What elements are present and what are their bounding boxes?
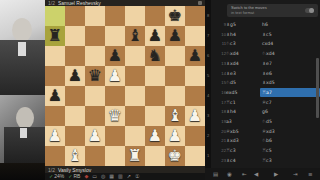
square-g5[interactable] xyxy=(165,66,185,86)
rank-label-2: 2 xyxy=(206,133,210,138)
square-b1[interactable]: ♝ xyxy=(65,146,85,166)
square-e6[interactable] xyxy=(125,46,145,66)
square-c4[interactable] xyxy=(85,86,105,106)
square-h6[interactable]: ♟ xyxy=(185,46,205,66)
move-cell-white-17[interactable]: ♖c1 xyxy=(226,98,260,107)
white-pawn-f2: ♟ xyxy=(145,126,165,146)
black-bishop-e7: ♝ xyxy=(125,26,145,46)
move-cell-black-16[interactable]: ♖a7 xyxy=(260,88,320,97)
black-pawn-d6: ♟ xyxy=(105,46,125,66)
move-cell-white-11[interactable]: ♘c3 xyxy=(226,39,260,48)
camera-icon xyxy=(198,1,202,5)
square-b2[interactable] xyxy=(65,126,85,146)
move-number: 11 xyxy=(210,41,226,46)
check-progress-check-icon: ✓ xyxy=(49,173,53,179)
square-f6[interactable]: ♞ xyxy=(145,46,165,66)
image-icon[interactable]: ▦ xyxy=(109,173,114,180)
square-c3[interactable] xyxy=(85,106,105,126)
move-cell-black-20[interactable]: ♕xd3 xyxy=(262,127,316,136)
move-number: 20 xyxy=(210,129,226,134)
square-g6[interactable] xyxy=(165,46,185,66)
square-e8[interactable] xyxy=(125,6,145,26)
move-cell-white-9[interactable]: ♗g5 xyxy=(226,20,260,29)
square-a6[interactable] xyxy=(45,46,65,66)
smyslov-shirt xyxy=(20,128,27,138)
square-b6[interactable] xyxy=(65,46,85,66)
square-d4[interactable] xyxy=(105,86,125,106)
square-a7[interactable]: ♜ xyxy=(45,26,65,46)
move-list-scrollbar[interactable] xyxy=(316,58,319,118)
square-e2[interactable] xyxy=(125,126,145,146)
move-cell-white-23[interactable]: ♗c4 xyxy=(226,156,260,165)
square-a8[interactable] xyxy=(45,6,65,26)
move-cell-black-15[interactable]: ♗xd5 xyxy=(262,78,316,87)
square-a4[interactable]: ♟ xyxy=(45,86,65,106)
bottom-player-score: 1/2 xyxy=(48,167,55,173)
move-number: 16 xyxy=(210,90,226,95)
black-pawn-f7: ♟ xyxy=(145,26,165,46)
move-cell-white-16[interactable]: exd5 xyxy=(226,88,260,97)
black-pawn-g7: ♟ xyxy=(165,26,185,46)
move-number: 12 xyxy=(210,51,226,56)
square-c5[interactable]: ♛ xyxy=(85,66,105,86)
move-number: 19 xyxy=(210,119,226,124)
square-d2[interactable] xyxy=(105,126,125,146)
square-d6[interactable]: ♟ xyxy=(105,46,125,66)
square-e5[interactable] xyxy=(125,66,145,86)
move-cell-black-21[interactable]: ♘b6 xyxy=(262,136,316,145)
white-king-g1: ♚ xyxy=(165,146,185,166)
white-pawn-g2: ♟ xyxy=(165,126,185,146)
rank-label-8: 8 xyxy=(206,13,210,18)
move-cell-black-9[interactable]: h6 xyxy=(262,20,316,29)
square-f1[interactable] xyxy=(145,146,165,166)
move-cell-black-22[interactable]: ♖c5 xyxy=(262,146,316,155)
square-d7[interactable] xyxy=(105,26,125,46)
share-icon[interactable]: ↗ xyxy=(127,173,131,180)
move-number: 10 xyxy=(210,32,226,37)
white-pawn-d5: ♟ xyxy=(105,66,125,86)
check-progress-label: 24% xyxy=(54,173,64,179)
playback-toolbar: ▤◉⇤◀▶⇥≡ xyxy=(205,168,320,180)
move-number: 23 xyxy=(210,158,226,163)
square-a5[interactable] xyxy=(45,66,65,86)
black-knight-f6: ♞ xyxy=(145,46,165,66)
move-number: 13 xyxy=(210,61,226,66)
square-b5[interactable]: ♟ xyxy=(65,66,85,86)
square-a2[interactable]: ♟ xyxy=(45,126,65,146)
square-c1[interactable] xyxy=(85,146,105,166)
square-a1[interactable] xyxy=(45,146,65,166)
move-cell-white-21[interactable]: ♗xd3 xyxy=(226,136,260,145)
smyslov-head xyxy=(16,107,34,129)
move-cell-black-10[interactable]: ♗c5 xyxy=(262,30,316,39)
square-d1[interactable] xyxy=(105,146,125,166)
bottom-player-name: Vasily Smyslov xyxy=(58,167,91,173)
square-a3[interactable] xyxy=(45,106,65,126)
square-e4[interactable] xyxy=(125,86,145,106)
square-h7[interactable] xyxy=(185,26,205,46)
square-b4[interactable] xyxy=(65,86,85,106)
black-pawn-a4: ♟ xyxy=(45,86,65,106)
square-d8[interactable] xyxy=(105,6,125,26)
square-g3[interactable]: ♝ xyxy=(165,106,185,126)
square-h1[interactable] xyxy=(185,146,205,166)
chess-app-window: 1/2 Samuel Reshevsky ♚♜♝♟♟♟♞♟♟♛♟♟♛♝♟♟♟♟♟… xyxy=(0,0,320,180)
move-cell-black-14[interactable]: ♗e6 xyxy=(262,69,316,78)
square-e7[interactable]: ♝ xyxy=(125,26,145,46)
text-format-header: Switch to the moves in text format xyxy=(227,4,318,17)
square-h3[interactable]: ♟ xyxy=(185,106,205,126)
smyslov-photo xyxy=(0,95,45,180)
move-cell-black-18[interactable]: g6 xyxy=(262,107,316,116)
move-cell-black-19[interactable]: ♘d5 xyxy=(262,117,316,126)
reshevsky-photo xyxy=(0,0,45,95)
check-rb-check-icon: ✓ xyxy=(68,173,72,179)
move-cell-white-13[interactable]: ♗xd4 xyxy=(226,59,260,68)
square-f5[interactable] xyxy=(145,66,165,86)
foreground-chess-pieces xyxy=(0,163,45,180)
move-number: 17 xyxy=(210,100,226,105)
prev-move-icon[interactable]: ◀ xyxy=(254,170,258,178)
grid-icon[interactable]: ▥ xyxy=(118,173,123,180)
move-cell-white-10[interactable]: ♗h4 xyxy=(226,30,260,39)
white-rook-e1: ♜ xyxy=(125,146,145,166)
black-queen-c5: ♛ xyxy=(85,66,105,86)
move-cell-black-12[interactable]: ♘xd4 xyxy=(262,49,316,58)
move-cell-white-19[interactable]: a3 xyxy=(226,117,260,126)
square-e1[interactable]: ♜ xyxy=(125,146,145,166)
first-move-icon[interactable]: ⇤ xyxy=(242,170,247,178)
move-number: 22 xyxy=(210,148,226,153)
board-toolbar: ✓24%✓RB◆▭◎▦▥↗① xyxy=(45,173,205,180)
square-f2[interactable]: ♟ xyxy=(145,126,165,146)
move-number: 15 xyxy=(210,80,226,85)
white-pawn-c2: ♟ xyxy=(85,126,105,146)
square-g8[interactable]: ♚ xyxy=(165,6,185,26)
target-icon[interactable]: ◎ xyxy=(101,173,105,180)
square-h2[interactable] xyxy=(185,126,205,146)
square-h8[interactable] xyxy=(185,6,205,26)
bottom-player-bar: 1/2 Vasily Smyslov xyxy=(45,166,205,173)
toggle-knob xyxy=(309,8,314,13)
moves-panel: 87654321 Switch to the moves in text for… xyxy=(205,0,320,180)
reshevsky-shirt xyxy=(18,42,26,56)
square-b7[interactable] xyxy=(65,26,85,46)
book-icon[interactable]: ▤ xyxy=(213,170,218,178)
move-cell-white-15[interactable]: ♘d5 xyxy=(226,78,260,87)
move-cell-black-13[interactable]: ♗e7 xyxy=(262,59,316,68)
move-number: 18 xyxy=(210,109,226,114)
move-cell-white-18[interactable]: ♗h4 xyxy=(226,107,260,116)
chat-icon[interactable]: ▭ xyxy=(92,173,97,180)
square-f7[interactable]: ♟ xyxy=(145,26,165,46)
square-e3[interactable] xyxy=(125,106,145,126)
square-c6[interactable] xyxy=(85,46,105,66)
black-pawn-b5: ♟ xyxy=(65,66,85,86)
square-c8[interactable] xyxy=(85,6,105,26)
square-g7[interactable]: ♟ xyxy=(165,26,185,46)
square-g1[interactable]: ♚ xyxy=(165,146,185,166)
square-g4[interactable] xyxy=(165,86,185,106)
black-king-g8: ♚ xyxy=(165,6,185,26)
white-bishop-g3: ♝ xyxy=(165,106,185,126)
black-pawn-h6: ♟ xyxy=(185,46,205,66)
database-icon[interactable]: ◉ xyxy=(227,170,232,178)
move-cell-black-23[interactable]: ♖c3 xyxy=(262,156,316,165)
square-d3[interactable]: ♛ xyxy=(105,106,125,126)
move-cell-white-22[interactable]: ♖c3 xyxy=(226,146,260,155)
move-cell-white-14[interactable]: ♗e3 xyxy=(226,69,260,78)
square-d5[interactable]: ♟ xyxy=(105,66,125,86)
square-h4[interactable] xyxy=(185,86,205,106)
move-cell-black-17[interactable]: ♕c7 xyxy=(262,98,316,107)
next-move-icon[interactable]: ▶ xyxy=(274,170,278,178)
header-line2: in text format xyxy=(231,11,254,15)
square-h5[interactable] xyxy=(185,66,205,86)
move-number: 21 xyxy=(210,138,226,143)
white-pawn-h3: ♟ xyxy=(185,106,205,126)
square-c7[interactable] xyxy=(85,26,105,46)
check-rb-label: RB xyxy=(73,173,80,179)
white-pawn-a2: ♟ xyxy=(45,126,65,146)
square-f8[interactable] xyxy=(145,6,165,26)
move-cell-white-20[interactable]: ♕xb5 xyxy=(226,127,260,136)
check-progress[interactable]: ✓24% xyxy=(49,173,64,180)
black-rook-a7: ♜ xyxy=(45,26,65,46)
white-bishop-b1: ♝ xyxy=(65,146,85,166)
chess-board: ♚♜♝♟♟♟♞♟♟♛♟♟♛♝♟♟♟♟♟♝♜♚ xyxy=(45,6,205,166)
white-queen-d3: ♛ xyxy=(105,106,125,126)
info-icon[interactable]: ① xyxy=(135,173,139,180)
flask-icon[interactable]: ◆ xyxy=(84,173,88,180)
square-f4[interactable] xyxy=(145,86,165,106)
square-b8[interactable] xyxy=(65,6,85,26)
square-b3[interactable] xyxy=(65,106,85,126)
square-f3[interactable] xyxy=(145,106,165,126)
last-move-icon[interactable]: ⇥ xyxy=(293,170,298,178)
move-number: 9 xyxy=(210,22,226,27)
text-format-toggle[interactable] xyxy=(305,8,314,13)
move-cell-white-12[interactable]: ♘xd4 xyxy=(226,49,260,58)
menu-icon[interactable]: ≡ xyxy=(308,170,313,178)
move-number: 14 xyxy=(210,71,226,76)
check-rb[interactable]: ✓RB xyxy=(68,173,80,180)
square-c2[interactable]: ♟ xyxy=(85,126,105,146)
square-g2[interactable]: ♟ xyxy=(165,126,185,146)
reshevsky-head xyxy=(12,18,32,42)
move-cell-black-11[interactable]: cxd4 xyxy=(262,39,316,48)
